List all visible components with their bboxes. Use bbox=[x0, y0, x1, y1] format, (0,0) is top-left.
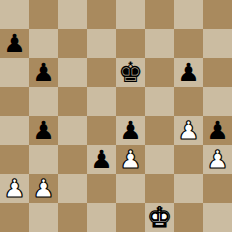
square-g7[interactable] bbox=[174, 29, 203, 58]
square-b6[interactable]: ♟ bbox=[29, 58, 58, 87]
square-h3[interactable]: ♟ bbox=[203, 145, 232, 174]
square-e5[interactable] bbox=[116, 87, 145, 116]
square-f8[interactable] bbox=[145, 0, 174, 29]
square-g4[interactable]: ♟ bbox=[174, 116, 203, 145]
square-h5[interactable] bbox=[203, 87, 232, 116]
square-a7[interactable]: ♟ bbox=[0, 29, 29, 58]
square-a8[interactable] bbox=[0, 0, 29, 29]
square-d3[interactable]: ♟ bbox=[87, 145, 116, 174]
square-d4[interactable] bbox=[87, 116, 116, 145]
black-pawn[interactable]: ♟ bbox=[32, 58, 54, 87]
square-b5[interactable] bbox=[29, 87, 58, 116]
square-h1[interactable] bbox=[203, 203, 232, 232]
square-g2[interactable] bbox=[174, 174, 203, 203]
square-c4[interactable] bbox=[58, 116, 87, 145]
square-c8[interactable] bbox=[58, 0, 87, 29]
square-c5[interactable] bbox=[58, 87, 87, 116]
square-g8[interactable] bbox=[174, 0, 203, 29]
square-c6[interactable] bbox=[58, 58, 87, 87]
square-f4[interactable] bbox=[145, 116, 174, 145]
square-c2[interactable] bbox=[58, 174, 87, 203]
white-pawn[interactable]: ♟ bbox=[32, 174, 54, 203]
square-a5[interactable] bbox=[0, 87, 29, 116]
square-e8[interactable] bbox=[116, 0, 145, 29]
square-d5[interactable] bbox=[87, 87, 116, 116]
square-d1[interactable] bbox=[87, 203, 116, 232]
square-h7[interactable] bbox=[203, 29, 232, 58]
square-g1[interactable] bbox=[174, 203, 203, 232]
square-b3[interactable] bbox=[29, 145, 58, 174]
square-e2[interactable] bbox=[116, 174, 145, 203]
square-b1[interactable] bbox=[29, 203, 58, 232]
black-pawn[interactable]: ♟ bbox=[90, 145, 112, 174]
square-e3[interactable]: ♟ bbox=[116, 145, 145, 174]
square-g6[interactable]: ♟ bbox=[174, 58, 203, 87]
square-e1[interactable] bbox=[116, 203, 145, 232]
square-c3[interactable] bbox=[58, 145, 87, 174]
black-pawn[interactable]: ♟ bbox=[177, 58, 199, 87]
chess-board: ♟♟♚♟♟♟♟♟♟♟♟♟♟♚ bbox=[0, 0, 232, 232]
square-c1[interactable] bbox=[58, 203, 87, 232]
square-c7[interactable] bbox=[58, 29, 87, 58]
square-f6[interactable] bbox=[145, 58, 174, 87]
square-g5[interactable] bbox=[174, 87, 203, 116]
square-f3[interactable] bbox=[145, 145, 174, 174]
square-d2[interactable] bbox=[87, 174, 116, 203]
square-h8[interactable] bbox=[203, 0, 232, 29]
white-pawn[interactable]: ♟ bbox=[177, 116, 199, 145]
square-e4[interactable]: ♟ bbox=[116, 116, 145, 145]
square-b4[interactable]: ♟ bbox=[29, 116, 58, 145]
square-a6[interactable] bbox=[0, 58, 29, 87]
square-f7[interactable] bbox=[145, 29, 174, 58]
square-h2[interactable] bbox=[203, 174, 232, 203]
black-king[interactable]: ♚ bbox=[118, 58, 143, 87]
white-king[interactable]: ♚ bbox=[147, 203, 172, 232]
square-f1[interactable]: ♚ bbox=[145, 203, 174, 232]
square-b8[interactable] bbox=[29, 0, 58, 29]
square-b2[interactable]: ♟ bbox=[29, 174, 58, 203]
square-d7[interactable] bbox=[87, 29, 116, 58]
square-b7[interactable] bbox=[29, 29, 58, 58]
black-pawn[interactable]: ♟ bbox=[3, 29, 25, 58]
square-d6[interactable] bbox=[87, 58, 116, 87]
square-h4[interactable]: ♟ bbox=[203, 116, 232, 145]
square-e6[interactable]: ♚ bbox=[116, 58, 145, 87]
square-a2[interactable]: ♟ bbox=[0, 174, 29, 203]
square-a4[interactable] bbox=[0, 116, 29, 145]
square-f2[interactable] bbox=[145, 174, 174, 203]
square-f5[interactable] bbox=[145, 87, 174, 116]
black-pawn[interactable]: ♟ bbox=[32, 116, 54, 145]
white-pawn[interactable]: ♟ bbox=[206, 145, 228, 174]
white-pawn[interactable]: ♟ bbox=[3, 174, 25, 203]
black-pawn[interactable]: ♟ bbox=[119, 116, 141, 145]
square-g3[interactable] bbox=[174, 145, 203, 174]
white-pawn[interactable]: ♟ bbox=[119, 145, 141, 174]
black-pawn[interactable]: ♟ bbox=[206, 116, 228, 145]
square-d8[interactable] bbox=[87, 0, 116, 29]
square-a1[interactable] bbox=[0, 203, 29, 232]
square-a3[interactable] bbox=[0, 145, 29, 174]
square-e7[interactable] bbox=[116, 29, 145, 58]
square-h6[interactable] bbox=[203, 58, 232, 87]
